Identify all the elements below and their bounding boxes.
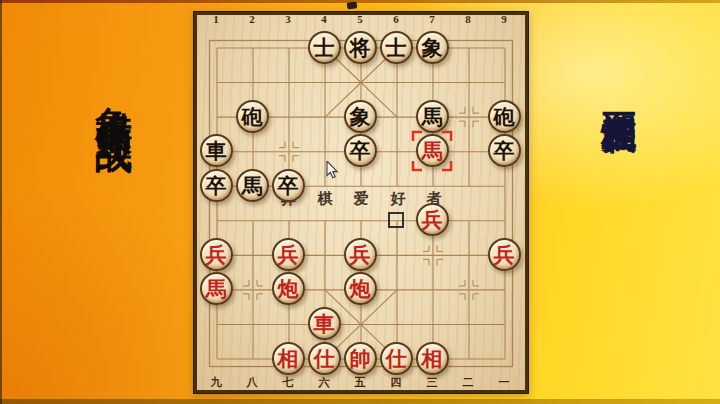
piece-red-pawn[interactable]: 兵 bbox=[200, 238, 233, 271]
piece-black-pawn[interactable]: 卒 bbox=[200, 169, 233, 202]
piece-red-pawn[interactable]: 兵 bbox=[344, 238, 377, 271]
piece-black-general[interactable]: 将 bbox=[344, 31, 377, 64]
piece-glyph: 相 bbox=[278, 348, 299, 369]
piece-black-cannon[interactable]: 砲 bbox=[236, 100, 269, 133]
col-label-bottom: 五 bbox=[355, 375, 366, 390]
col-label-top: 1 bbox=[213, 13, 219, 25]
piece-red-elephant[interactable]: 相 bbox=[272, 342, 305, 375]
piece-black-horse[interactable]: 馬 bbox=[416, 100, 449, 133]
river-watermark-char: 棋 bbox=[317, 189, 333, 209]
col-label-bottom: 四 bbox=[391, 375, 402, 390]
piece-black-pawn[interactable]: 卒 bbox=[488, 134, 521, 167]
piece-glyph: 馬 bbox=[422, 106, 443, 127]
video-frame: 象棋大师实战 郑惟桐和王天一 123456789九八七六五四三二一弈棋爱好者士将… bbox=[0, 0, 720, 404]
piece-red-horse[interactable]: 馬 bbox=[416, 134, 449, 167]
piece-red-elephant[interactable]: 相 bbox=[416, 342, 449, 375]
col-label-top: 5 bbox=[357, 13, 363, 25]
piece-red-general[interactable]: 帥 bbox=[344, 342, 377, 375]
piece-glyph: 仕 bbox=[386, 348, 407, 369]
piece-glyph: 車 bbox=[314, 313, 335, 334]
board-overlay: 123456789九八七六五四三二一弈棋爱好者士将士象砲象馬砲車卒馬卒卒馬卒兵兵… bbox=[0, 0, 720, 404]
piece-red-cannon[interactable]: 炮 bbox=[272, 272, 305, 305]
piece-glyph: 仕 bbox=[314, 348, 335, 369]
piece-black-elephant[interactable]: 象 bbox=[416, 31, 449, 64]
piece-black-cannon[interactable]: 砲 bbox=[488, 100, 521, 133]
col-label-bottom: 三 bbox=[427, 375, 438, 390]
piece-glyph: 卒 bbox=[350, 140, 371, 161]
piece-black-advisor[interactable]: 士 bbox=[308, 31, 341, 64]
piece-red-chariot[interactable]: 車 bbox=[308, 307, 341, 340]
col-label-bottom: 九 bbox=[211, 375, 222, 390]
piece-red-pawn[interactable]: 兵 bbox=[416, 203, 449, 236]
piece-glyph: 士 bbox=[386, 37, 407, 58]
col-label-bottom: 一 bbox=[499, 375, 510, 390]
piece-glyph: 馬 bbox=[206, 278, 227, 299]
piece-glyph: 馬 bbox=[422, 140, 443, 161]
piece-glyph: 兵 bbox=[206, 244, 227, 265]
piece-glyph: 砲 bbox=[242, 106, 263, 127]
piece-glyph: 士 bbox=[314, 37, 335, 58]
col-label-bottom: 八 bbox=[247, 375, 258, 390]
piece-black-elephant[interactable]: 象 bbox=[344, 100, 377, 133]
piece-glyph: 相 bbox=[422, 348, 443, 369]
piece-glyph: 馬 bbox=[242, 175, 263, 196]
piece-red-advisor[interactable]: 仕 bbox=[380, 342, 413, 375]
top-center-notch bbox=[347, 1, 358, 9]
col-label-bottom: 七 bbox=[283, 375, 294, 390]
piece-black-advisor[interactable]: 士 bbox=[380, 31, 413, 64]
piece-glyph: 兵 bbox=[350, 244, 371, 265]
piece-glyph: 象 bbox=[422, 37, 443, 58]
piece-glyph: 兵 bbox=[422, 209, 443, 230]
piece-red-horse[interactable]: 馬 bbox=[200, 272, 233, 305]
piece-glyph: 炮 bbox=[350, 278, 371, 299]
col-label-top: 3 bbox=[285, 13, 291, 25]
piece-glyph: 将 bbox=[350, 37, 371, 58]
col-label-top: 6 bbox=[393, 13, 399, 25]
piece-glyph: 炮 bbox=[278, 278, 299, 299]
river-watermark-char: 爱 bbox=[353, 189, 369, 209]
piece-glyph: 兵 bbox=[494, 244, 515, 265]
col-label-top: 9 bbox=[501, 13, 507, 25]
piece-glyph: 帥 bbox=[350, 348, 371, 369]
piece-red-cannon[interactable]: 炮 bbox=[344, 272, 377, 305]
piece-glyph: 卒 bbox=[206, 175, 227, 196]
piece-glyph: 卒 bbox=[278, 175, 299, 196]
piece-red-pawn[interactable]: 兵 bbox=[272, 238, 305, 271]
piece-black-pawn[interactable]: 卒 bbox=[344, 134, 377, 167]
last-move-origin-marker bbox=[388, 212, 404, 228]
col-label-bottom: 二 bbox=[463, 375, 474, 390]
piece-glyph: 卒 bbox=[494, 140, 515, 161]
river-watermark-char: 好 bbox=[390, 189, 406, 209]
piece-black-chariot[interactable]: 車 bbox=[200, 134, 233, 167]
piece-black-pawn[interactable]: 卒 bbox=[272, 169, 305, 202]
col-label-top: 7 bbox=[429, 13, 435, 25]
piece-red-advisor[interactable]: 仕 bbox=[308, 342, 341, 375]
piece-glyph: 車 bbox=[206, 140, 227, 161]
col-label-top: 4 bbox=[321, 13, 327, 25]
piece-black-horse[interactable]: 馬 bbox=[236, 169, 269, 202]
col-label-top: 2 bbox=[249, 13, 255, 25]
piece-glyph: 象 bbox=[350, 106, 371, 127]
piece-red-pawn[interactable]: 兵 bbox=[488, 238, 521, 271]
piece-glyph: 砲 bbox=[494, 106, 515, 127]
piece-glyph: 兵 bbox=[278, 244, 299, 265]
col-label-bottom: 六 bbox=[319, 375, 330, 390]
col-label-top: 8 bbox=[465, 13, 471, 25]
